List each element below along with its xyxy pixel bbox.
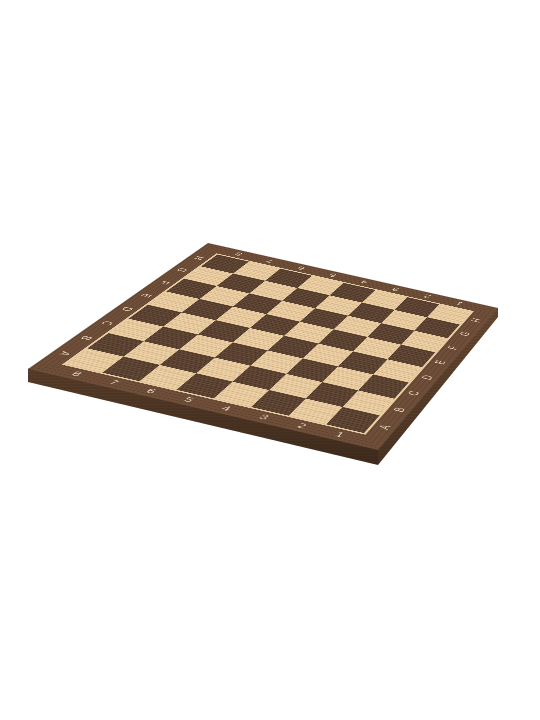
product-photo: AABBCCDDEEFFGGHH1122334455667788 bbox=[0, 0, 540, 720]
